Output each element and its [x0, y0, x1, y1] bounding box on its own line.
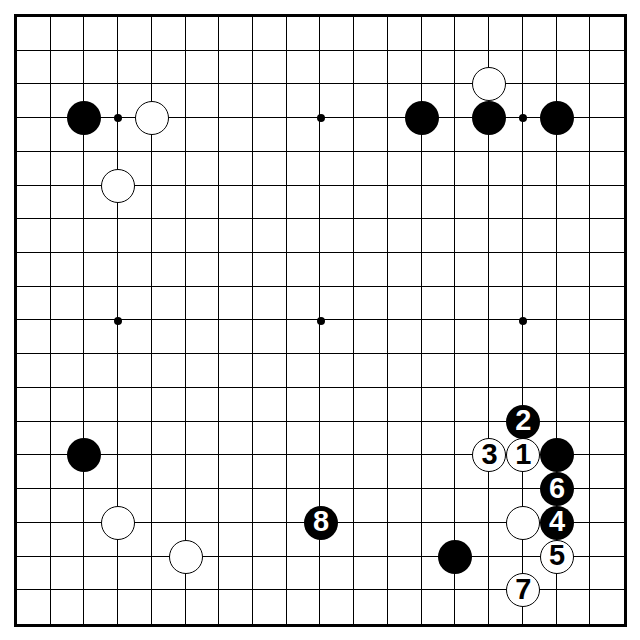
- board-cell: [186, 186, 220, 220]
- board-cell: [17, 51, 51, 85]
- board-cell: [320, 51, 354, 85]
- board-cell: [84, 51, 118, 85]
- go-board: 12345678: [14, 14, 627, 627]
- board-cell: [388, 590, 422, 624]
- board-cell: [17, 354, 51, 388]
- board-cell: [455, 354, 489, 388]
- black-stone: [540, 438, 574, 472]
- board-cell: [17, 388, 51, 422]
- board-cell: [152, 354, 186, 388]
- move-2-black-stone: 2: [506, 405, 540, 439]
- board-cell: [253, 489, 287, 523]
- board-cell: [219, 287, 253, 321]
- board-cell: [118, 455, 152, 489]
- board-cell: [51, 354, 85, 388]
- board-cell: [152, 590, 186, 624]
- board-cell: [152, 287, 186, 321]
- board-cell: [253, 84, 287, 118]
- star-point: [114, 317, 122, 325]
- move-3-white-stone: 3: [472, 438, 506, 472]
- board-cell: [455, 253, 489, 287]
- board-cell: [354, 590, 388, 624]
- move-number: 4: [549, 507, 564, 536]
- board-cell: [590, 118, 624, 152]
- board-cell: [590, 523, 624, 557]
- board-cell: [455, 186, 489, 220]
- board-cell: [590, 186, 624, 220]
- board-cell: [557, 152, 591, 186]
- board-cell: [557, 388, 591, 422]
- board-cell: [422, 219, 456, 253]
- board-cell: [354, 152, 388, 186]
- board-cell: [320, 84, 354, 118]
- move-6-black-stone: 6: [540, 472, 574, 506]
- board-cell: [455, 219, 489, 253]
- board-cell: [219, 320, 253, 354]
- white-stone: [169, 540, 203, 574]
- board-cell: [523, 320, 557, 354]
- board-cell: [523, 354, 557, 388]
- board-cell: [219, 388, 253, 422]
- board-cell: [388, 287, 422, 321]
- board-cell: [287, 320, 321, 354]
- board-cell: [388, 51, 422, 85]
- board-cell: [455, 590, 489, 624]
- move-number: 6: [549, 474, 564, 503]
- board-cell: [17, 320, 51, 354]
- board-cell: [118, 388, 152, 422]
- star-point: [114, 114, 122, 122]
- board-cell: [118, 17, 152, 51]
- board-cell: [219, 489, 253, 523]
- board-cell: [51, 51, 85, 85]
- board-cell: [523, 17, 557, 51]
- board-cell: [354, 51, 388, 85]
- board-cell: [51, 388, 85, 422]
- board-cell: [422, 422, 456, 456]
- move-number: 5: [549, 541, 564, 570]
- black-stone: [472, 101, 506, 135]
- board-cell: [219, 219, 253, 253]
- board-cell: [17, 489, 51, 523]
- board-cell: [118, 51, 152, 85]
- board-cell: [320, 388, 354, 422]
- board-cell: [523, 287, 557, 321]
- board-cell: [422, 320, 456, 354]
- white-stone: [135, 101, 169, 135]
- board-cell: [17, 523, 51, 557]
- board-cell: [287, 51, 321, 85]
- star-point: [519, 317, 527, 325]
- board-cell: [523, 253, 557, 287]
- board-cell: [219, 118, 253, 152]
- board-cell: [287, 186, 321, 220]
- board-cell: [557, 186, 591, 220]
- board-cell: [84, 17, 118, 51]
- board-cell: [455, 152, 489, 186]
- board-cell: [320, 17, 354, 51]
- board-cell: [557, 287, 591, 321]
- board-cell: [388, 455, 422, 489]
- board-cell: [590, 320, 624, 354]
- board-cell: [253, 152, 287, 186]
- board-cell: [354, 489, 388, 523]
- board-cell: [84, 219, 118, 253]
- go-diagram-page: 12345678: [0, 0, 640, 640]
- board-cell: [590, 287, 624, 321]
- board-cell: [84, 557, 118, 591]
- board-cell: [354, 455, 388, 489]
- board-cell: [523, 186, 557, 220]
- board-cell: [17, 219, 51, 253]
- board-cell: [489, 354, 523, 388]
- board-cell: [186, 590, 220, 624]
- move-4-black-stone: 4: [540, 506, 574, 540]
- board-cell: [84, 320, 118, 354]
- board-cell: [590, 354, 624, 388]
- board-cell: [388, 253, 422, 287]
- board-cell: [118, 287, 152, 321]
- board-cell: [253, 455, 287, 489]
- board-cell: [51, 590, 85, 624]
- board-cell: [219, 354, 253, 388]
- board-cell: [489, 287, 523, 321]
- board-cell: [354, 354, 388, 388]
- board-cell: [354, 320, 388, 354]
- board-cell: [422, 388, 456, 422]
- board-cell: [523, 152, 557, 186]
- move-number: 8: [313, 507, 328, 536]
- board-cell: [320, 557, 354, 591]
- board-cell: [186, 455, 220, 489]
- board-cell: [152, 455, 186, 489]
- board-cell: [320, 354, 354, 388]
- black-stone: [67, 438, 101, 472]
- board-cell: [186, 118, 220, 152]
- board-cell: [557, 219, 591, 253]
- board-cell: [253, 590, 287, 624]
- board-cell: [590, 489, 624, 523]
- board-cell: [354, 557, 388, 591]
- board-cell: [354, 422, 388, 456]
- board-cell: [422, 17, 456, 51]
- board-cell: [455, 287, 489, 321]
- board-cell: [219, 455, 253, 489]
- star-point: [317, 114, 325, 122]
- board-cell: [186, 84, 220, 118]
- black-stone: [540, 101, 574, 135]
- board-cell: [422, 51, 456, 85]
- board-cell: [354, 287, 388, 321]
- board-cell: [186, 287, 220, 321]
- board-cell: [354, 84, 388, 118]
- board-cell: [152, 388, 186, 422]
- board-cell: [219, 523, 253, 557]
- white-stone: [101, 169, 135, 203]
- board-cell: [253, 186, 287, 220]
- board-cell: [253, 219, 287, 253]
- board-cell: [388, 320, 422, 354]
- board-cell: [84, 354, 118, 388]
- board-cell: [118, 219, 152, 253]
- board-cell: [219, 152, 253, 186]
- board-cell: [186, 422, 220, 456]
- move-5-white-stone: 5: [540, 540, 574, 574]
- board-cell: [489, 17, 523, 51]
- board-cell: [287, 388, 321, 422]
- board-cell: [17, 118, 51, 152]
- move-number: 7: [515, 575, 530, 604]
- board-cell: [388, 557, 422, 591]
- board-cell: [422, 186, 456, 220]
- board-cell: [84, 388, 118, 422]
- board-cell: [152, 320, 186, 354]
- board-cell: [186, 489, 220, 523]
- board-cell: [320, 590, 354, 624]
- white-stone: [472, 67, 506, 101]
- board-cell: [51, 219, 85, 253]
- board-cell: [489, 320, 523, 354]
- board-cell: [118, 354, 152, 388]
- board-cell: [489, 253, 523, 287]
- board-cell: [422, 287, 456, 321]
- board-cell: [455, 388, 489, 422]
- board-cell: [253, 557, 287, 591]
- white-stone: [506, 506, 540, 540]
- board-cell: [51, 287, 85, 321]
- board-cell: [17, 186, 51, 220]
- board-cell: [287, 590, 321, 624]
- board-cell: [17, 287, 51, 321]
- board-cell: [17, 152, 51, 186]
- board-cell: [219, 253, 253, 287]
- board-cell: [557, 320, 591, 354]
- board-cell: [489, 152, 523, 186]
- board-cell: [523, 219, 557, 253]
- star-point: [519, 114, 527, 122]
- board-cell: [51, 186, 85, 220]
- board-cell: [152, 51, 186, 85]
- board-cell: [489, 219, 523, 253]
- board-cell: [590, 219, 624, 253]
- board-cell: [422, 590, 456, 624]
- board-cell: [152, 219, 186, 253]
- board-cell: [186, 320, 220, 354]
- board-cell: [422, 253, 456, 287]
- board-cell: [320, 186, 354, 220]
- board-cell: [422, 455, 456, 489]
- board-cell: [186, 388, 220, 422]
- board-cell: [253, 388, 287, 422]
- board-cell: [590, 253, 624, 287]
- board-cell: [17, 84, 51, 118]
- board-cell: [118, 590, 152, 624]
- board-cell: [557, 51, 591, 85]
- board-cell: [253, 320, 287, 354]
- board-cell: [219, 186, 253, 220]
- board-cell: [287, 354, 321, 388]
- board-cell: [84, 590, 118, 624]
- board-cell: [388, 354, 422, 388]
- board-cell: [354, 253, 388, 287]
- board-cell: [118, 253, 152, 287]
- board-cell: [388, 219, 422, 253]
- board-cell: [118, 422, 152, 456]
- board-cell: [219, 51, 253, 85]
- move-7-white-stone: 7: [506, 573, 540, 607]
- move-number: 1: [515, 440, 530, 469]
- board-cell: [219, 590, 253, 624]
- board-cell: [422, 354, 456, 388]
- board-cell: [354, 186, 388, 220]
- board-cell: [388, 152, 422, 186]
- board-cell: [152, 17, 186, 51]
- board-cell: [253, 17, 287, 51]
- board-cell: [354, 219, 388, 253]
- board-cell: [287, 455, 321, 489]
- board-cell: [152, 489, 186, 523]
- board-cell: [51, 523, 85, 557]
- board-cell: [320, 455, 354, 489]
- board-cell: [388, 489, 422, 523]
- board-cell: [590, 422, 624, 456]
- board-cell: [287, 422, 321, 456]
- board-cell: [354, 118, 388, 152]
- board-cell: [320, 320, 354, 354]
- board-cell: [590, 455, 624, 489]
- star-point: [317, 317, 325, 325]
- board-cell: [287, 118, 321, 152]
- board-cell: [320, 253, 354, 287]
- board-cell: [219, 84, 253, 118]
- board-cell: [287, 253, 321, 287]
- board-cell: [590, 84, 624, 118]
- board-cell: [253, 354, 287, 388]
- board-cell: [51, 320, 85, 354]
- board-cell: [287, 219, 321, 253]
- board-cell: [219, 422, 253, 456]
- board-cell: [84, 287, 118, 321]
- board-cell: [590, 152, 624, 186]
- board-cell: [287, 287, 321, 321]
- board-cell: [455, 320, 489, 354]
- board-cell: [253, 523, 287, 557]
- board-cell: [287, 17, 321, 51]
- board-cell: [388, 422, 422, 456]
- board-cell: [320, 118, 354, 152]
- board-cell: [186, 51, 220, 85]
- board-cell: [152, 186, 186, 220]
- board-cell: [17, 422, 51, 456]
- board-cell: [388, 17, 422, 51]
- board-cell: [590, 17, 624, 51]
- board-cell: [118, 557, 152, 591]
- board-cell: [557, 17, 591, 51]
- board-cell: [186, 152, 220, 186]
- board-cell: [354, 388, 388, 422]
- board-cell: [84, 253, 118, 287]
- board-cell: [17, 590, 51, 624]
- board-cell: [590, 557, 624, 591]
- board-cell: [320, 219, 354, 253]
- board-cell: [51, 489, 85, 523]
- board-cell: [455, 17, 489, 51]
- board-cell: [320, 152, 354, 186]
- board-cell: [186, 354, 220, 388]
- board-cell: [17, 455, 51, 489]
- board-cell: [557, 354, 591, 388]
- board-cell: [118, 320, 152, 354]
- board-cell: [320, 287, 354, 321]
- board-cell: [17, 557, 51, 591]
- board-cell: [152, 422, 186, 456]
- move-8-black-stone: 8: [304, 506, 338, 540]
- board-cell: [186, 253, 220, 287]
- board-cell: [186, 17, 220, 51]
- board-cell: [51, 557, 85, 591]
- board-cell: [51, 152, 85, 186]
- board-cell: [354, 17, 388, 51]
- board-cell: [219, 17, 253, 51]
- board-cell: [253, 422, 287, 456]
- board-cell: [287, 84, 321, 118]
- board-cell: [523, 51, 557, 85]
- board-cell: [219, 557, 253, 591]
- board-cell: [51, 253, 85, 287]
- board-cell: [590, 590, 624, 624]
- board-cell: [590, 388, 624, 422]
- board-cell: [320, 422, 354, 456]
- board-cell: [287, 152, 321, 186]
- move-1-white-stone: 1: [506, 438, 540, 472]
- white-stone: [101, 506, 135, 540]
- move-number: 3: [482, 440, 497, 469]
- board-cell: [287, 557, 321, 591]
- board-cell: [557, 253, 591, 287]
- board-cell: [253, 51, 287, 85]
- board-cell: [253, 118, 287, 152]
- board-cell: [388, 523, 422, 557]
- board-cell: [186, 219, 220, 253]
- board-cell: [17, 253, 51, 287]
- board-cell: [152, 253, 186, 287]
- board-cell: [253, 287, 287, 321]
- board-cell: [51, 17, 85, 51]
- board-cell: [422, 152, 456, 186]
- board-cell: [253, 253, 287, 287]
- board-cell: [388, 186, 422, 220]
- black-stone: [405, 101, 439, 135]
- board-cell: [590, 51, 624, 85]
- board-cell: [388, 388, 422, 422]
- board-cell: [489, 186, 523, 220]
- black-stone: [67, 101, 101, 135]
- black-stone: [438, 540, 472, 574]
- board-cell: [17, 17, 51, 51]
- board-cell: [422, 489, 456, 523]
- move-number: 2: [515, 406, 530, 435]
- board-cell: [455, 489, 489, 523]
- board-cell: [557, 590, 591, 624]
- board-cell: [354, 523, 388, 557]
- board-cell: [152, 152, 186, 186]
